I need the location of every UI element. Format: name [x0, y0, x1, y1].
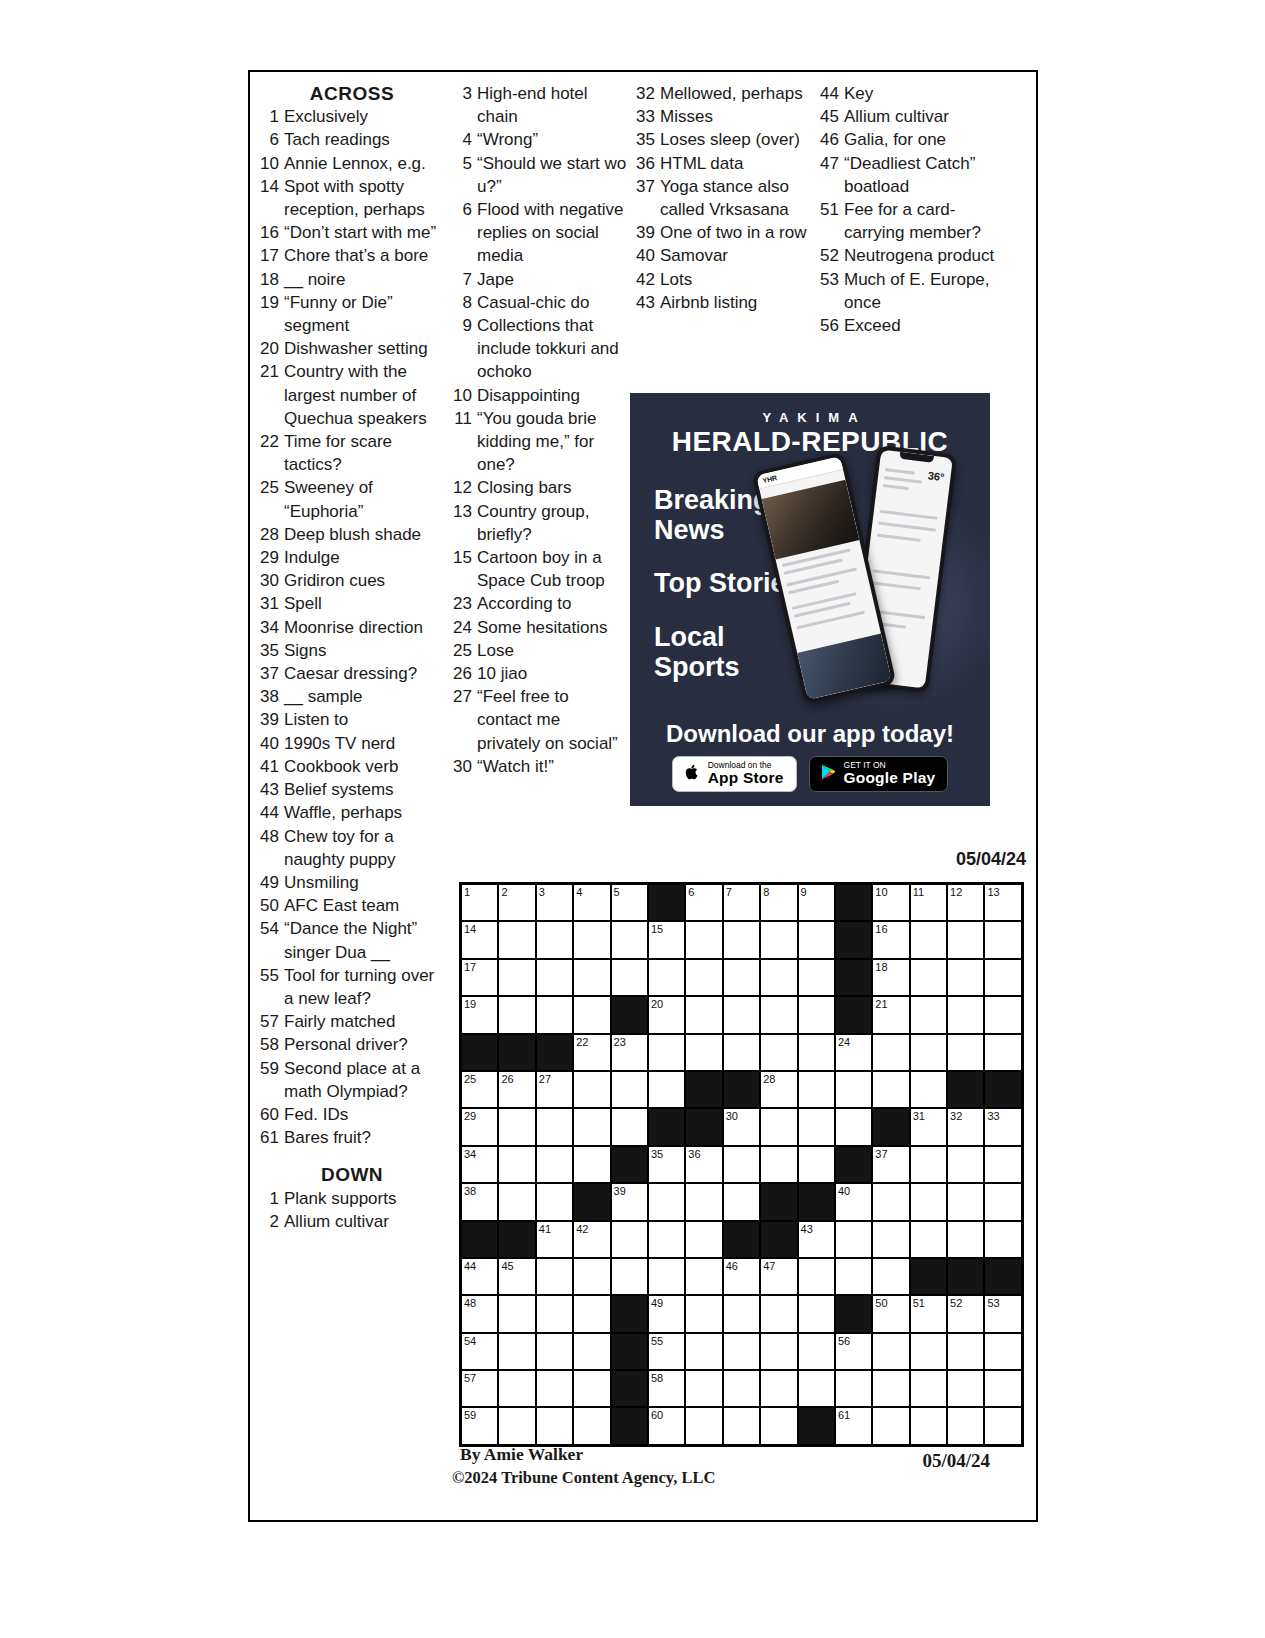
grid-cell[interactable] — [574, 922, 609, 957]
grid-cell[interactable] — [499, 1109, 534, 1144]
clue-number: 2 — [257, 1210, 284, 1233]
grid-cell[interactable] — [537, 997, 572, 1032]
grid-cell[interactable]: 16 — [873, 922, 908, 957]
grid-cell[interactable] — [537, 1259, 572, 1294]
clue-number: 25 — [257, 476, 284, 522]
grid-cell[interactable] — [799, 1109, 834, 1144]
google-play-badge[interactable]: GET IT ON Google Play — [809, 756, 949, 792]
grid-cell[interactable] — [499, 1296, 534, 1331]
grid-cell[interactable] — [537, 1296, 572, 1331]
cell-number: 59 — [464, 1409, 476, 1421]
clue-text: __ sample — [284, 685, 447, 708]
clue-number: 30 — [257, 569, 284, 592]
grid-cell[interactable] — [574, 997, 609, 1032]
clue-across-1: 1Exclusively — [257, 105, 447, 128]
grid-cell[interactable]: 53 — [985, 1296, 1020, 1331]
cell-number: 18 — [875, 961, 887, 973]
grid-cell[interactable]: 20 — [649, 997, 684, 1032]
clue-text: Indulge — [284, 546, 447, 569]
grid-cell[interactable]: 27 — [537, 1072, 572, 1107]
grid-cell[interactable]: 22 — [574, 1035, 609, 1070]
grid-cell[interactable]: 44 — [462, 1259, 497, 1294]
grid-cell[interactable] — [836, 1109, 871, 1144]
grid-cell[interactable] — [724, 1296, 759, 1331]
grid-cell[interactable]: 43 — [799, 1222, 834, 1257]
grid-cell[interactable]: 40 — [836, 1184, 871, 1219]
grid-cell[interactable]: 50 — [873, 1296, 908, 1331]
grid-cell[interactable] — [724, 960, 759, 995]
grid-cell[interactable]: 39 — [612, 1184, 647, 1219]
grid-cell-black — [537, 1035, 572, 1070]
grid-cell[interactable] — [985, 1147, 1020, 1182]
grid-cell[interactable] — [948, 922, 983, 957]
grid-cell[interactable] — [761, 960, 796, 995]
cell-number: 55 — [651, 1335, 663, 1347]
clue-down-51: 51Fee for a card-carrying member? — [817, 198, 997, 244]
grid-cell[interactable]: 48 — [462, 1296, 497, 1331]
clue-across-48: 48Chew toy for a naughty puppy — [257, 825, 447, 871]
clue-number: 58 — [257, 1033, 284, 1056]
grid-cell[interactable] — [574, 1259, 609, 1294]
grid-cell[interactable] — [724, 1408, 759, 1443]
grid-cell[interactable] — [985, 997, 1020, 1032]
clue-across-35: 35Signs — [257, 639, 447, 662]
grid-cell[interactable] — [873, 1334, 908, 1369]
clue-across-54: 54“Dance the Night” singer Dua __ — [257, 917, 447, 963]
grid-cell[interactable] — [761, 1035, 796, 1070]
grid-cell[interactable] — [499, 1334, 534, 1369]
grid-cell[interactable] — [574, 1072, 609, 1107]
grid-cell[interactable] — [761, 1296, 796, 1331]
clue-number: 44 — [257, 801, 284, 824]
grid-cell[interactable] — [799, 997, 834, 1032]
grid-cell[interactable]: 8 — [761, 885, 796, 920]
grid-cell[interactable] — [761, 1371, 796, 1406]
grid-cell[interactable] — [911, 1184, 946, 1219]
clue-number: 1 — [257, 105, 284, 128]
grid-cell[interactable] — [799, 1072, 834, 1107]
grid-cell[interactable] — [724, 1371, 759, 1406]
across-header: ACROSS — [257, 82, 447, 105]
clue-text: Airbnb listing — [660, 291, 817, 314]
grid-cell[interactable]: 29 — [462, 1109, 497, 1144]
grid-cell[interactable] — [873, 1184, 908, 1219]
grid-cell[interactable] — [873, 1222, 908, 1257]
grid-cell[interactable] — [686, 1035, 721, 1070]
grid-cell[interactable] — [686, 960, 721, 995]
cell-number: 14 — [464, 923, 476, 935]
grid-cell[interactable] — [686, 922, 721, 957]
screen-text-line — [878, 522, 936, 532]
clue-text: “Watch it!” — [477, 755, 627, 778]
grid-cell[interactable] — [574, 1408, 609, 1443]
clue-text: “Should we start wo u?” — [477, 152, 627, 198]
grid-cell[interactable] — [761, 1109, 796, 1144]
grid-cell[interactable] — [799, 1334, 834, 1369]
grid-cell[interactable]: 33 — [985, 1109, 1020, 1144]
grid-cell[interactable]: 57 — [462, 1371, 497, 1406]
grid-cell[interactable]: 17 — [462, 960, 497, 995]
grid-cell[interactable] — [985, 1035, 1020, 1070]
grid-cell[interactable]: 38 — [462, 1184, 497, 1219]
grid-cell[interactable]: 3 — [537, 885, 572, 920]
clue-text: Gridiron cues — [284, 569, 447, 592]
grid-cell[interactable]: 41 — [537, 1222, 572, 1257]
grid-cell-black — [836, 922, 871, 957]
cell-number: 40 — [838, 1185, 850, 1197]
grid-cell[interactable] — [799, 1259, 834, 1294]
grid-cell[interactable]: 61 — [836, 1408, 871, 1443]
cell-number: 21 — [875, 998, 887, 1010]
clue-number: 11 — [450, 407, 477, 477]
clue-down-33: 33Misses — [633, 105, 817, 128]
cell-number: 7 — [726, 886, 732, 898]
grid-cell[interactable] — [948, 1147, 983, 1182]
clue-number: 1 — [257, 1187, 284, 1210]
grid-cell[interactable]: 14 — [462, 922, 497, 957]
grid-cell[interactable]: 11 — [911, 885, 946, 920]
clue-down-32: 32Mellowed, perhaps — [633, 82, 817, 105]
clue-text: Much of E. Europe, once — [844, 268, 997, 314]
grid-cell[interactable] — [686, 1184, 721, 1219]
clue-down-13: 13Country group, briefly? — [450, 500, 627, 546]
grid-cell[interactable] — [649, 960, 684, 995]
clue-number: 51 — [817, 198, 844, 244]
grid-cell[interactable] — [537, 1408, 572, 1443]
ad-kicker: YAKIMA — [630, 410, 990, 425]
grid-cell[interactable] — [574, 1371, 609, 1406]
grid-cell[interactable] — [724, 997, 759, 1032]
grid-cell[interactable] — [649, 1072, 684, 1107]
clue-down-27: 27“Feel free to contact me privately on … — [450, 685, 627, 755]
grid-cell[interactable] — [948, 1035, 983, 1070]
grid-cell[interactable]: 45 — [499, 1259, 534, 1294]
grid-cell[interactable] — [948, 997, 983, 1032]
grid-cell[interactable]: 10 — [873, 885, 908, 920]
grid-cell[interactable]: 59 — [462, 1408, 497, 1443]
grid-cell[interactable] — [574, 960, 609, 995]
grid-cell[interactable]: 49 — [649, 1296, 684, 1331]
grid-cell[interactable] — [574, 1109, 609, 1144]
grid-cell[interactable] — [499, 1408, 534, 1443]
grid-cell[interactable] — [799, 922, 834, 957]
grid-cell-black — [612, 1371, 647, 1406]
grid-cell[interactable] — [985, 960, 1020, 995]
grid-cell-black — [985, 1259, 1020, 1294]
clue-across-44: 44Waffle, perhaps — [257, 801, 447, 824]
clue-number: 17 — [257, 244, 284, 267]
clue-text: Key — [844, 82, 997, 105]
grid-cell[interactable] — [948, 1371, 983, 1406]
clue-text: Samovar — [660, 244, 817, 267]
grid-cell[interactable]: 9 — [799, 885, 834, 920]
grid-cell[interactable] — [686, 1296, 721, 1331]
grid-cell[interactable]: 47 — [761, 1259, 796, 1294]
grid-cell[interactable]: 24 — [836, 1035, 871, 1070]
grid-cell[interactable]: 30 — [724, 1109, 759, 1144]
grid-cell[interactable] — [948, 1184, 983, 1219]
grid-cell[interactable] — [686, 1259, 721, 1294]
grid-cell[interactable] — [761, 922, 796, 957]
cell-number: 15 — [651, 923, 663, 935]
clue-down-36: 36HTML data — [633, 152, 817, 175]
cell-number: 60 — [651, 1409, 663, 1421]
grid-cell[interactable]: 12 — [948, 885, 983, 920]
grid-cell[interactable] — [948, 960, 983, 995]
grid-cell[interactable] — [911, 997, 946, 1032]
clue-number: 41 — [257, 755, 284, 778]
grid-cell[interactable] — [761, 1147, 796, 1182]
clue-number: 37 — [257, 662, 284, 685]
clue-number: 56 — [817, 314, 844, 337]
clue-number: 40 — [257, 732, 284, 755]
grid-cell[interactable] — [911, 1072, 946, 1107]
grid-cell[interactable] — [836, 1222, 871, 1257]
grid-cell[interactable] — [499, 922, 534, 957]
grid-cell-black — [649, 885, 684, 920]
grid-cell[interactable] — [612, 1259, 647, 1294]
grid-cell[interactable]: 58 — [649, 1371, 684, 1406]
grid-cell-black — [836, 885, 871, 920]
grid-cell-black — [724, 1072, 759, 1107]
clue-text: Country with the largest number of Quech… — [284, 360, 447, 430]
grid-cell[interactable]: 19 — [462, 997, 497, 1032]
grid-cell[interactable] — [985, 1371, 1020, 1406]
grid-cell-black — [499, 1222, 534, 1257]
grid-cell[interactable] — [799, 960, 834, 995]
grid-cell-black — [873, 1109, 908, 1144]
grid-cell[interactable] — [873, 1072, 908, 1107]
cell-number: 44 — [464, 1260, 476, 1272]
clue-number: 60 — [257, 1103, 284, 1126]
grid-cell[interactable]: 35 — [649, 1147, 684, 1182]
clue-down-23: 23According to — [450, 592, 627, 615]
grid-cell[interactable] — [686, 1222, 721, 1257]
cell-number: 56 — [838, 1335, 850, 1347]
grid-cell[interactable] — [985, 922, 1020, 957]
clue-number: 46 — [817, 128, 844, 151]
clue-number: 10 — [257, 152, 284, 175]
grid-cell[interactable] — [948, 1334, 983, 1369]
cell-number: 45 — [501, 1260, 513, 1272]
grid-cell[interactable]: 36 — [686, 1147, 721, 1182]
grid-cell[interactable] — [649, 1035, 684, 1070]
grid-cell[interactable]: 25 — [462, 1072, 497, 1107]
clue-across-21: 21Country with the largest number of Que… — [257, 360, 447, 430]
grid-cell[interactable] — [537, 1147, 572, 1182]
grid-cell-black — [686, 1072, 721, 1107]
cell-number: 16 — [875, 923, 887, 935]
grid-cell[interactable]: 55 — [649, 1334, 684, 1369]
grid-cell[interactable] — [724, 922, 759, 957]
grid-cell[interactable] — [724, 1147, 759, 1182]
grid-cell[interactable] — [537, 922, 572, 957]
grid-cell[interactable]: 54 — [462, 1334, 497, 1369]
grid-cell[interactable] — [724, 1035, 759, 1070]
grid-cell[interactable] — [574, 1296, 609, 1331]
cell-number: 38 — [464, 1185, 476, 1197]
grid-cell[interactable] — [911, 960, 946, 995]
grid-cell[interactable]: 15 — [649, 922, 684, 957]
grid-cell[interactable] — [537, 1184, 572, 1219]
clue-across-16: 16“Don’t start with me” — [257, 221, 447, 244]
grid-cell-black — [612, 1296, 647, 1331]
grid-cell[interactable] — [686, 1334, 721, 1369]
grid-cell[interactable]: 21 — [873, 997, 908, 1032]
grid-cell[interactable] — [836, 1072, 871, 1107]
grid-cell[interactable] — [911, 1334, 946, 1369]
grid-cell-black — [686, 1109, 721, 1144]
grid-cell[interactable] — [612, 922, 647, 957]
grid-cell[interactable] — [873, 1408, 908, 1443]
grid-cell[interactable] — [873, 1259, 908, 1294]
app-store-badge[interactable]: Download on the App Store — [672, 756, 797, 792]
clue-text: Caesar dressing? — [284, 662, 447, 685]
grid-cell[interactable] — [499, 1371, 534, 1406]
grid-cell-black — [612, 1408, 647, 1443]
clue-text: Personal driver? — [284, 1033, 447, 1056]
puzzle-date-top: 05/04/24 — [826, 849, 1026, 870]
cell-number: 4 — [576, 886, 582, 898]
grid-cell[interactable]: 6 — [686, 885, 721, 920]
grid-cell[interactable] — [612, 1109, 647, 1144]
clue-text: One of two in a row — [660, 221, 817, 244]
clue-text: Bares fruit? — [284, 1126, 447, 1149]
grid-cell[interactable] — [761, 1408, 796, 1443]
clue-text: Second place at a math Olympiad? — [284, 1057, 447, 1103]
grid-cell[interactable] — [686, 1408, 721, 1443]
grid-cell[interactable]: 32 — [948, 1109, 983, 1144]
grid-cell[interactable] — [836, 1259, 871, 1294]
grid-cell[interactable]: 13 — [985, 885, 1020, 920]
grid-cell[interactable] — [612, 1072, 647, 1107]
grid-cell[interactable]: 56 — [836, 1334, 871, 1369]
grid-cell[interactable] — [948, 1222, 983, 1257]
cell-number: 28 — [763, 1073, 775, 1085]
grid-cell[interactable] — [761, 1334, 796, 1369]
grid-cell[interactable] — [499, 960, 534, 995]
grid-cell-black — [985, 1072, 1020, 1107]
grid-cell[interactable] — [649, 1222, 684, 1257]
grid-cell[interactable] — [686, 1371, 721, 1406]
grid-cell[interactable]: 4 — [574, 885, 609, 920]
grid-cell[interactable] — [612, 1222, 647, 1257]
cell-number: 39 — [614, 1185, 626, 1197]
grid-cell[interactable] — [499, 1184, 534, 1219]
grid-cell[interactable] — [985, 1184, 1020, 1219]
grid-cell[interactable]: 7 — [724, 885, 759, 920]
grid-cell[interactable] — [761, 997, 796, 1032]
grid-cell[interactable] — [948, 1408, 983, 1443]
grid-cell[interactable] — [724, 1184, 759, 1219]
clue-number: 43 — [633, 291, 660, 314]
grid-cell[interactable]: 52 — [948, 1296, 983, 1331]
grid-cell[interactable] — [911, 1035, 946, 1070]
grid-cell[interactable] — [799, 1296, 834, 1331]
grid-cell[interactable] — [724, 1334, 759, 1369]
grid-cell[interactable]: 23 — [612, 1035, 647, 1070]
grid-cell[interactable] — [649, 1184, 684, 1219]
clue-number: 30 — [450, 755, 477, 778]
grid-cell[interactable] — [836, 1371, 871, 1406]
grid-cell[interactable] — [985, 1222, 1020, 1257]
clue-number: 13 — [450, 500, 477, 546]
grid-cell[interactable] — [873, 1035, 908, 1070]
grid-cell[interactable]: 2 — [499, 885, 534, 920]
grid-cell[interactable] — [799, 1371, 834, 1406]
grid-cell[interactable] — [574, 1147, 609, 1182]
grid-cell[interactable] — [985, 1334, 1020, 1369]
grid-cell[interactable]: 28 — [761, 1072, 796, 1107]
grid-cell[interactable]: 42 — [574, 1222, 609, 1257]
grid-cell[interactable] — [985, 1408, 1020, 1443]
grid-cell[interactable]: 37 — [873, 1147, 908, 1182]
clue-number: 7 — [450, 268, 477, 291]
grid-cell[interactable]: 18 — [873, 960, 908, 995]
grid-cell[interactable] — [799, 1147, 834, 1182]
clue-column-4: 44Key45Allium cultivar46Galia, for one47… — [817, 82, 997, 337]
grid-cell[interactable] — [686, 997, 721, 1032]
ad-cta-text: Download our app today! — [630, 720, 990, 748]
grid-cell[interactable] — [799, 1035, 834, 1070]
clue-number: 14 — [257, 175, 284, 221]
cell-number: 10 — [875, 886, 887, 898]
screen-text-line — [877, 534, 921, 542]
clue-text: Plank supports — [284, 1187, 447, 1210]
grid-cell-black — [836, 997, 871, 1032]
clue-down-8: 8Casual-chic do — [450, 291, 627, 314]
google-play-badge-line2: Google Play — [844, 770, 936, 786]
clue-text: 1990s TV nerd — [284, 732, 447, 755]
grid-cell[interactable] — [537, 1334, 572, 1369]
grid-cell[interactable] — [911, 1408, 946, 1443]
grid-cell[interactable]: 51 — [911, 1296, 946, 1331]
phone-notch — [899, 452, 934, 463]
grid-cell[interactable] — [911, 922, 946, 957]
grid-cell[interactable] — [537, 1371, 572, 1406]
grid-cell[interactable] — [649, 1259, 684, 1294]
clue-down-30: 30“Watch it!” — [450, 755, 627, 778]
grid-cell[interactable]: 5 — [612, 885, 647, 920]
grid-cell[interactable] — [499, 1147, 534, 1182]
grid-cell[interactable] — [873, 1371, 908, 1406]
grid-cell[interactable]: 60 — [649, 1408, 684, 1443]
clue-down-12: 12Closing bars — [450, 476, 627, 499]
clue-text: Annie Lennox, e.g. — [284, 152, 447, 175]
grid-cell[interactable] — [911, 1371, 946, 1406]
clue-text: Chew toy for a naughty puppy — [284, 825, 447, 871]
clue-number: 59 — [257, 1057, 284, 1103]
grid-cell[interactable] — [499, 997, 534, 1032]
grid-cell[interactable]: 31 — [911, 1109, 946, 1144]
grid-cell[interactable] — [612, 960, 647, 995]
grid-cell[interactable] — [537, 1109, 572, 1144]
clue-number: 36 — [633, 152, 660, 175]
grid-cell[interactable] — [537, 960, 572, 995]
grid-cell[interactable]: 1 — [462, 885, 497, 920]
grid-cell-black — [836, 1296, 871, 1331]
grid-cell[interactable]: 26 — [499, 1072, 534, 1107]
clue-text: Spell — [284, 592, 447, 615]
grid-cell[interactable] — [911, 1147, 946, 1182]
clue-down-43: 43Airbnb listing — [633, 291, 817, 314]
grid-cell[interactable]: 34 — [462, 1147, 497, 1182]
grid-cell[interactable] — [574, 1334, 609, 1369]
grid-cell[interactable]: 46 — [724, 1259, 759, 1294]
clue-across-58: 58Personal driver? — [257, 1033, 447, 1056]
grid-cell[interactable] — [911, 1222, 946, 1257]
clue-number: 35 — [633, 128, 660, 151]
